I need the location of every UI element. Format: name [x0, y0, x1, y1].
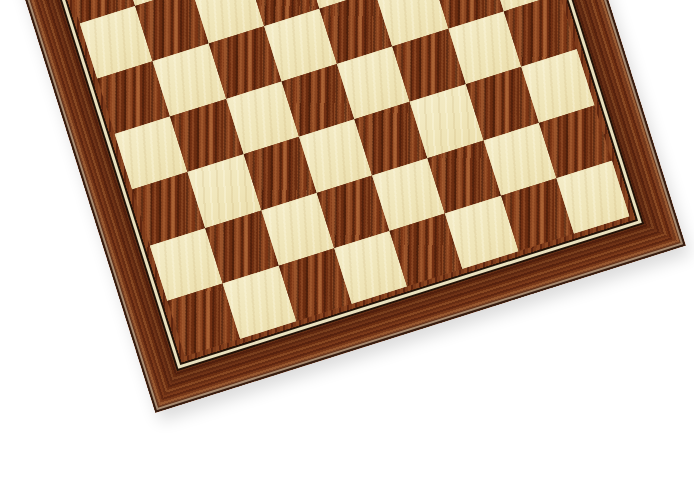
photo-stage: [0, 0, 694, 478]
chess-board: [0, 0, 686, 413]
